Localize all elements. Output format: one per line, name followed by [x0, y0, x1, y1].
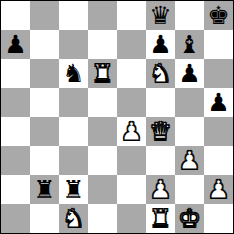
square-f8[interactable]: ♛ — [146, 1, 175, 30]
square-g1[interactable]: ♚ — [175, 204, 204, 233]
piece-white-knight: ♞ — [62, 204, 84, 233]
square-e4[interactable]: ♟ — [117, 117, 146, 146]
piece-white-queen: ♛ — [149, 117, 171, 146]
square-f1[interactable]: ♜ — [146, 204, 175, 233]
square-b5[interactable] — [30, 88, 59, 117]
square-a1[interactable] — [1, 204, 30, 233]
square-e7[interactable] — [117, 30, 146, 59]
piece-white-rook: ♜ — [91, 59, 113, 88]
piece-white-pawn: ♟ — [207, 175, 229, 204]
square-b4[interactable] — [30, 117, 59, 146]
square-g8[interactable] — [175, 1, 204, 30]
square-g3[interactable]: ♟ — [175, 146, 204, 175]
square-a5[interactable] — [1, 88, 30, 117]
square-b2[interactable]: ♜ — [30, 175, 59, 204]
square-b6[interactable] — [30, 59, 59, 88]
square-e3[interactable] — [117, 146, 146, 175]
square-g6[interactable]: ♟ — [175, 59, 204, 88]
square-g2[interactable] — [175, 175, 204, 204]
square-f3[interactable] — [146, 146, 175, 175]
square-d8[interactable] — [88, 1, 117, 30]
square-a4[interactable] — [1, 117, 30, 146]
square-c5[interactable] — [59, 88, 88, 117]
square-c3[interactable] — [59, 146, 88, 175]
square-f5[interactable] — [146, 88, 175, 117]
piece-white-rook: ♜ — [149, 204, 171, 233]
square-f6[interactable]: ♞ — [146, 59, 175, 88]
piece-black-bishop: ♝ — [178, 30, 200, 59]
piece-white-pawn: ♟ — [149, 175, 171, 204]
square-g5[interactable] — [175, 88, 204, 117]
square-g7[interactable]: ♝ — [175, 30, 204, 59]
square-e2[interactable] — [117, 175, 146, 204]
square-h6[interactable] — [204, 59, 233, 88]
piece-black-rook: ♜ — [33, 175, 55, 204]
square-c2[interactable]: ♜ — [59, 175, 88, 204]
square-c6[interactable]: ♞ — [59, 59, 88, 88]
square-a2[interactable] — [1, 175, 30, 204]
square-h2[interactable]: ♟ — [204, 175, 233, 204]
square-h3[interactable] — [204, 146, 233, 175]
square-d5[interactable] — [88, 88, 117, 117]
square-d1[interactable] — [88, 204, 117, 233]
square-d7[interactable] — [88, 30, 117, 59]
square-b7[interactable] — [30, 30, 59, 59]
square-b8[interactable] — [30, 1, 59, 30]
square-d6[interactable]: ♜ — [88, 59, 117, 88]
square-h4[interactable] — [204, 117, 233, 146]
piece-black-rook: ♜ — [62, 175, 84, 204]
piece-white-pawn: ♟ — [120, 117, 142, 146]
square-d4[interactable] — [88, 117, 117, 146]
chess-board: ♛♚♟♟♝♞♜♞♟♟♟♛♟♜♜♟♟♞♜♚ — [0, 0, 234, 234]
piece-white-knight: ♞ — [149, 59, 171, 88]
piece-white-pawn: ♟ — [178, 146, 200, 175]
square-a7[interactable]: ♟ — [1, 30, 30, 59]
square-f2[interactable]: ♟ — [146, 175, 175, 204]
piece-black-king: ♚ — [207, 1, 229, 30]
square-h7[interactable] — [204, 30, 233, 59]
square-h8[interactable]: ♚ — [204, 1, 233, 30]
square-e1[interactable] — [117, 204, 146, 233]
square-e5[interactable] — [117, 88, 146, 117]
square-c8[interactable] — [59, 1, 88, 30]
piece-black-queen: ♛ — [149, 1, 171, 30]
square-e8[interactable] — [117, 1, 146, 30]
square-f7[interactable]: ♟ — [146, 30, 175, 59]
piece-black-knight: ♞ — [62, 59, 84, 88]
square-c1[interactable]: ♞ — [59, 204, 88, 233]
square-a6[interactable] — [1, 59, 30, 88]
square-g4[interactable] — [175, 117, 204, 146]
chess-board-diagram: ♛♚♟♟♝♞♜♞♟♟♟♛♟♜♜♟♟♞♜♚ — [0, 0, 234, 234]
piece-white-king: ♚ — [178, 204, 200, 233]
square-c4[interactable] — [59, 117, 88, 146]
square-d3[interactable] — [88, 146, 117, 175]
square-a3[interactable] — [1, 146, 30, 175]
square-h5[interactable]: ♟ — [204, 88, 233, 117]
square-f4[interactable]: ♛ — [146, 117, 175, 146]
square-h1[interactable] — [204, 204, 233, 233]
square-e6[interactable] — [117, 59, 146, 88]
piece-black-pawn: ♟ — [207, 88, 229, 117]
piece-black-pawn: ♟ — [4, 30, 26, 59]
square-b3[interactable] — [30, 146, 59, 175]
square-b1[interactable] — [30, 204, 59, 233]
square-a8[interactable] — [1, 1, 30, 30]
square-c7[interactable] — [59, 30, 88, 59]
piece-black-pawn: ♟ — [149, 30, 171, 59]
piece-black-pawn: ♟ — [178, 59, 200, 88]
square-d2[interactable] — [88, 175, 117, 204]
